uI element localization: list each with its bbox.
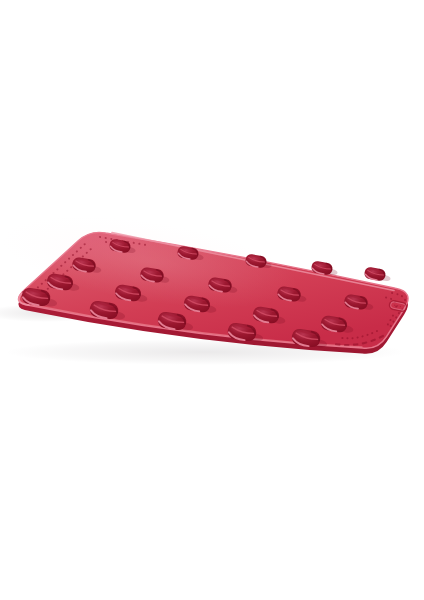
photo-stage bbox=[0, 0, 424, 600]
mold-cavity-r1c5 bbox=[364, 266, 392, 282]
baking-mold-photo bbox=[0, 0, 424, 600]
